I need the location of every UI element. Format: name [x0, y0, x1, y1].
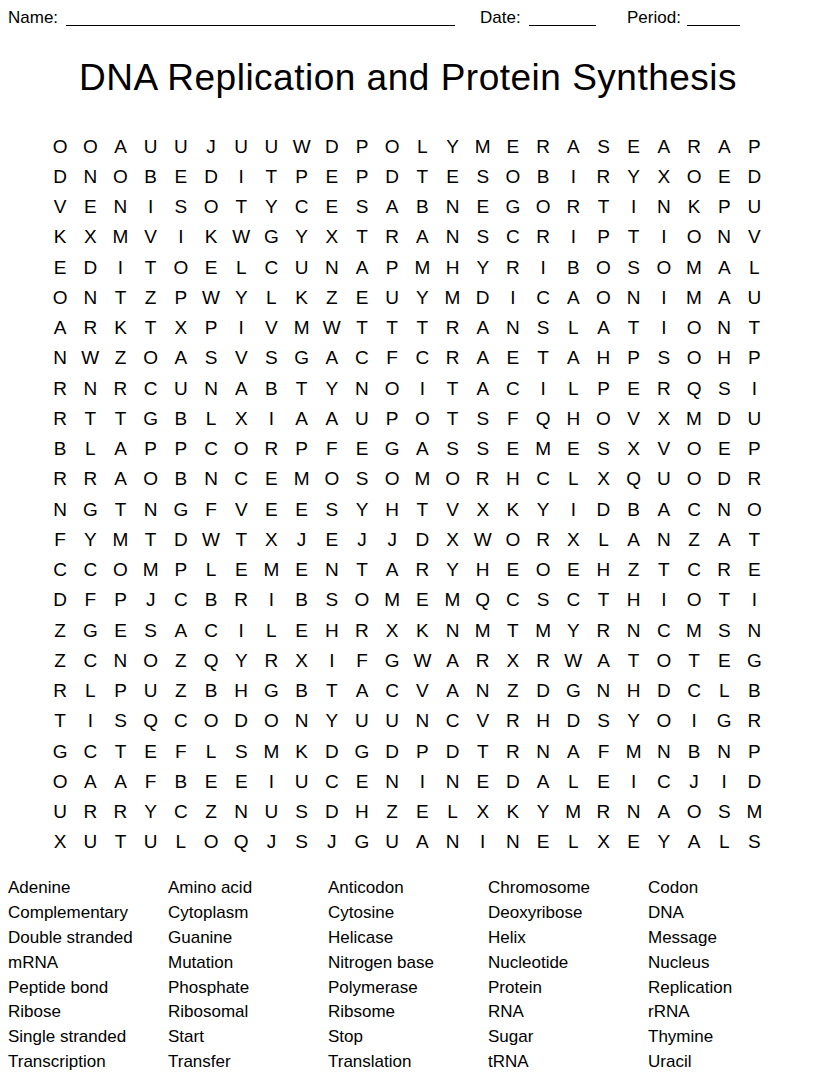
name-blank-line [66, 7, 455, 26]
grid-cell-r6c24: U [739, 282, 769, 312]
grid-cell-r13c24: O [739, 494, 769, 524]
grid-cell-r1c4: U [136, 131, 166, 161]
grid-cell-r24c15: I [468, 827, 498, 857]
grid-cell-r2c13: T [407, 161, 437, 191]
word-list-item: Start [168, 1025, 328, 1050]
grid-cell-r1c21: A [649, 131, 679, 161]
grid-cell-r11c4: P [136, 434, 166, 464]
grid-cell-r19c5: Z [166, 676, 196, 706]
grid-cell-r12c20: Q [619, 464, 649, 494]
word-list-item: Uracil [648, 1050, 808, 1075]
grid-cell-r17c19: R [588, 615, 618, 645]
grid-cell-r2c23: E [709, 161, 739, 191]
grid-cell-r8c8: S [256, 343, 286, 373]
grid-cell-r9c8: B [256, 373, 286, 403]
word-list-item: Guanine [168, 926, 328, 951]
grid-cell-r2c15: S [468, 161, 498, 191]
grid-cell-r19c6: B [196, 676, 226, 706]
grid-cell-r13c19: D [588, 494, 618, 524]
grid-cell-r7c15: A [468, 313, 498, 343]
grid-cell-r10c7: X [226, 403, 256, 433]
grid-cell-r9c24: I [739, 373, 769, 403]
grid-cell-r3c20: I [619, 192, 649, 222]
grid-cell-r24c16: N [498, 827, 528, 857]
grid-cell-r14c13: D [407, 524, 437, 554]
word-list-item: Message [648, 926, 808, 951]
grid-cell-r15c22: C [679, 555, 709, 585]
grid-cell-r13c13: T [407, 494, 437, 524]
grid-cell-r5c13: M [407, 252, 437, 282]
grid-cell-r22c20: I [619, 766, 649, 796]
grid-cell-r24c21: Y [649, 827, 679, 857]
grid-cell-r14c22: Z [679, 524, 709, 554]
grid-cell-r6c2: N [75, 282, 105, 312]
grid-cell-r21c22: B [679, 736, 709, 766]
grid-cell-r9c13: I [407, 373, 437, 403]
grid-cell-r11c9: P [287, 434, 317, 464]
grid-cell-r11c6: C [196, 434, 226, 464]
grid-cell-r21c18: A [558, 736, 588, 766]
grid-cell-r17c18: Y [558, 615, 588, 645]
grid-cell-r3c3: N [105, 192, 135, 222]
grid-cell-r12c22: O [679, 464, 709, 494]
grid-cell-r21c6: L [196, 736, 226, 766]
grid-cell-r1c23: A [709, 131, 739, 161]
grid-cell-r10c19: O [588, 403, 618, 433]
grid-cell-r23c18: M [558, 797, 588, 827]
word-list-item: Ribsome [328, 1000, 488, 1025]
grid-cell-r11c21: V [649, 434, 679, 464]
grid-cell-r2c21: X [649, 161, 679, 191]
grid-cell-r9c17: I [528, 373, 558, 403]
grid-cell-r18c14: A [437, 645, 467, 675]
grid-cell-r21c16: R [498, 736, 528, 766]
grid-cell-r15c11: T [347, 555, 377, 585]
grid-cell-r21c12: D [377, 736, 407, 766]
grid-cell-r9c5: U [166, 373, 196, 403]
grid-cell-r9c10: Y [317, 373, 347, 403]
grid-cell-r19c18: G [558, 676, 588, 706]
grid-cell-r6c7: Y [226, 282, 256, 312]
grid-cell-r12c16: H [498, 464, 528, 494]
grid-cell-r24c12: U [377, 827, 407, 857]
grid-cell-r24c9: S [287, 827, 317, 857]
grid-cell-r10c4: G [136, 403, 166, 433]
grid-cell-r6c17: C [528, 282, 558, 312]
grid-cell-r22c12: N [377, 766, 407, 796]
grid-cell-r10c6: L [196, 403, 226, 433]
grid-cell-r21c20: M [619, 736, 649, 766]
grid-cell-r3c22: K [679, 192, 709, 222]
grid-cell-r13c7: V [226, 494, 256, 524]
grid-cell-r18c2: C [75, 645, 105, 675]
grid-cell-r7c22: O [679, 313, 709, 343]
grid-cell-r17c11: R [347, 615, 377, 645]
grid-cell-r23c10: D [317, 797, 347, 827]
grid-cell-r12c10: O [317, 464, 347, 494]
grid-cell-r4c4: V [136, 222, 166, 252]
grid-cell-r20c19: S [588, 706, 618, 736]
grid-cell-r21c11: G [347, 736, 377, 766]
grid-cell-r7c17: S [528, 313, 558, 343]
grid-cell-r7c21: I [649, 313, 679, 343]
grid-cell-r6c6: W [196, 282, 226, 312]
grid-cell-r4c11: T [347, 222, 377, 252]
grid-cell-r5c18: B [558, 252, 588, 282]
grid-cell-r2c20: Y [619, 161, 649, 191]
grid-cell-r5c7: L [226, 252, 256, 282]
grid-cell-r20c11: U [347, 706, 377, 736]
grid-cell-r4c21: I [649, 222, 679, 252]
grid-cell-r17c12: X [377, 615, 407, 645]
grid-cell-r5c6: E [196, 252, 226, 282]
grid-cell-r3c12: A [377, 192, 407, 222]
grid-cell-r8c18: A [558, 343, 588, 373]
grid-cell-r10c20: V [619, 403, 649, 433]
grid-cell-r7c13: T [407, 313, 437, 343]
word-list-item: Stop [328, 1025, 488, 1050]
grid-cell-r5c14: H [437, 252, 467, 282]
grid-cell-r4c22: O [679, 222, 709, 252]
grid-cell-r17c24: N [739, 615, 769, 645]
grid-cell-r20c18: D [558, 706, 588, 736]
grid-cell-r15c8: M [256, 555, 286, 585]
grid-cell-r9c19: P [588, 373, 618, 403]
grid-cell-r8c23: H [709, 343, 739, 373]
grid-cell-r17c7: I [226, 615, 256, 645]
word-list-item: Single stranded [8, 1025, 168, 1050]
grid-cell-r3c17: O [528, 192, 558, 222]
grid-cell-r15c7: E [226, 555, 256, 585]
grid-cell-r24c1: X [45, 827, 75, 857]
grid-cell-r24c13: A [407, 827, 437, 857]
grid-cell-r21c23: N [709, 736, 739, 766]
grid-cell-r6c11: E [347, 282, 377, 312]
grid-cell-r8c22: O [679, 343, 709, 373]
grid-cell-r23c17: Y [528, 797, 558, 827]
grid-cell-r5c4: T [136, 252, 166, 282]
grid-cell-r4c19: P [588, 222, 618, 252]
grid-cell-r15c12: A [377, 555, 407, 585]
grid-cell-r16c15: Q [468, 585, 498, 615]
grid-cell-r1c24: P [739, 131, 769, 161]
grid-cell-r6c10: Z [317, 282, 347, 312]
grid-cell-r6c9: K [287, 282, 317, 312]
grid-cell-r23c14: L [437, 797, 467, 827]
grid-cell-r15c13: R [407, 555, 437, 585]
grid-cell-r22c9: U [287, 766, 317, 796]
grid-cell-r6c20: N [619, 282, 649, 312]
grid-cell-r18c24: G [739, 645, 769, 675]
word-list-item: Double stranded [8, 926, 168, 951]
grid-cell-r11c18: E [558, 434, 588, 464]
word-list-item: Deoxyribose [488, 901, 648, 926]
grid-cell-r23c20: N [619, 797, 649, 827]
grid-cell-r11c19: S [588, 434, 618, 464]
grid-cell-r2c7: I [226, 161, 256, 191]
grid-cell-r3c9: C [287, 192, 317, 222]
grid-cell-r16c18: C [558, 585, 588, 615]
grid-cell-r12c14: O [437, 464, 467, 494]
grid-cell-r4c14: N [437, 222, 467, 252]
grid-cell-r22c21: C [649, 766, 679, 796]
grid-cell-r1c12: O [377, 131, 407, 161]
grid-cell-r18c20: T [619, 645, 649, 675]
grid-cell-r6c15: D [468, 282, 498, 312]
grid-cell-r9c23: S [709, 373, 739, 403]
grid-cell-r12c6: N [196, 464, 226, 494]
grid-cell-r23c16: K [498, 797, 528, 827]
grid-cell-r21c3: T [105, 736, 135, 766]
grid-cell-r7c23: N [709, 313, 739, 343]
grid-cell-r20c14: C [437, 706, 467, 736]
grid-cell-r4c5: I [166, 222, 196, 252]
grid-cell-r11c10: F [317, 434, 347, 464]
grid-cell-r7c11: T [347, 313, 377, 343]
grid-cell-r13c3: T [105, 494, 135, 524]
grid-cell-r6c23: A [709, 282, 739, 312]
grid-cell-r10c13: O [407, 403, 437, 433]
grid-cell-r14c18: X [558, 524, 588, 554]
grid-cell-r14c5: D [166, 524, 196, 554]
grid-cell-r15c1: C [45, 555, 75, 585]
grid-cell-r18c19: A [588, 645, 618, 675]
word-list-item: tRNA [488, 1050, 648, 1075]
grid-cell-r20c7: D [226, 706, 256, 736]
grid-cell-r1c22: R [679, 131, 709, 161]
grid-cell-r5c9: U [287, 252, 317, 282]
grid-cell-r24c22: A [679, 827, 709, 857]
word-list-item: Transcription [8, 1050, 168, 1075]
grid-cell-r10c9: A [287, 403, 317, 433]
grid-cell-r8c20: P [619, 343, 649, 373]
grid-cell-r4c13: A [407, 222, 437, 252]
grid-cell-r14c8: X [256, 524, 286, 554]
grid-cell-r15c2: C [75, 555, 105, 585]
grid-cell-r1c7: U [226, 131, 256, 161]
grid-cell-r12c5: B [166, 464, 196, 494]
grid-cell-r17c20: N [619, 615, 649, 645]
grid-cell-r12c4: O [136, 464, 166, 494]
grid-cell-r20c24: R [739, 706, 769, 736]
grid-cell-r8c4: O [136, 343, 166, 373]
grid-cell-r24c8: J [256, 827, 286, 857]
grid-cell-r10c21: X [649, 403, 679, 433]
grid-cell-r17c17: M [528, 615, 558, 645]
grid-cell-r11c20: X [619, 434, 649, 464]
grid-cell-r10c5: B [166, 403, 196, 433]
grid-cell-r11c8: R [256, 434, 286, 464]
grid-cell-r16c8: I [256, 585, 286, 615]
grid-cell-r21c8: M [256, 736, 286, 766]
grid-cell-r19c15: N [468, 676, 498, 706]
grid-cell-r2c11: P [347, 161, 377, 191]
word-list-item: Codon [648, 876, 808, 901]
grid-cell-r2c6: D [196, 161, 226, 191]
grid-cell-r5c10: N [317, 252, 347, 282]
grid-cell-r23c5: C [166, 797, 196, 827]
grid-cell-r15c5: P [166, 555, 196, 585]
grid-cell-r5c15: Y [468, 252, 498, 282]
grid-cell-r12c7: C [226, 464, 256, 494]
grid-cell-r2c17: B [528, 161, 558, 191]
grid-cell-r16c2: F [75, 585, 105, 615]
grid-cell-r15c21: T [649, 555, 679, 585]
grid-cell-r18c10: I [317, 645, 347, 675]
grid-cell-r14c16: O [498, 524, 528, 554]
grid-cell-r2c10: E [317, 161, 347, 191]
grid-cell-r14c19: L [588, 524, 618, 554]
grid-cell-r6c22: M [679, 282, 709, 312]
grid-cell-r18c11: F [347, 645, 377, 675]
grid-cell-r20c3: S [105, 706, 135, 736]
grid-cell-r16c13: E [407, 585, 437, 615]
grid-cell-r4c23: N [709, 222, 739, 252]
grid-cell-r9c4: C [136, 373, 166, 403]
grid-cell-r11c5: P [166, 434, 196, 464]
grid-cell-r9c3: R [105, 373, 135, 403]
grid-cell-r22c11: E [347, 766, 377, 796]
period-blank-line [687, 7, 740, 26]
grid-cell-r21c17: N [528, 736, 558, 766]
grid-cell-r12c19: X [588, 464, 618, 494]
grid-cell-r7c16: N [498, 313, 528, 343]
grid-cell-r1c3: A [105, 131, 135, 161]
word-list-item: Peptide bond [8, 976, 168, 1001]
grid-cell-r6c12: U [377, 282, 407, 312]
grid-cell-r17c4: S [136, 615, 166, 645]
grid-cell-r3c18: R [558, 192, 588, 222]
grid-cell-r5c19: O [588, 252, 618, 282]
grid-cell-r5c24: L [739, 252, 769, 282]
grid-cell-r20c20: Y [619, 706, 649, 736]
word-list-item: Amino acid [168, 876, 328, 901]
grid-cell-r2c12: D [377, 161, 407, 191]
grid-cell-r3c8: Y [256, 192, 286, 222]
grid-cell-r22c4: F [136, 766, 166, 796]
grid-cell-r2c1: D [45, 161, 75, 191]
grid-cell-r14c15: W [468, 524, 498, 554]
grid-cell-r5c12: P [377, 252, 407, 282]
grid-cell-r20c4: Q [136, 706, 166, 736]
grid-cell-r9c20: E [619, 373, 649, 403]
grid-cell-r18c3: N [105, 645, 135, 675]
grid-cell-r2c24: D [739, 161, 769, 191]
grid-cell-r16c17: S [528, 585, 558, 615]
grid-cell-r17c21: C [649, 615, 679, 645]
period-label: Period: [627, 8, 681, 27]
grid-cell-r13c12: H [377, 494, 407, 524]
grid-cell-r1c17: R [528, 131, 558, 161]
grid-cell-r6c4: Z [136, 282, 166, 312]
word-list-item: Replication [648, 976, 808, 1001]
grid-cell-r21c19: F [588, 736, 618, 766]
grid-cell-r5c20: S [619, 252, 649, 282]
grid-cell-r3c11: S [347, 192, 377, 222]
grid-cell-r19c23: L [709, 676, 739, 706]
grid-cell-r12c21: U [649, 464, 679, 494]
grid-cell-r23c21: A [649, 797, 679, 827]
grid-cell-r1c16: E [498, 131, 528, 161]
grid-cell-r16c1: D [45, 585, 75, 615]
grid-cell-r21c2: C [75, 736, 105, 766]
grid-cell-r18c15: R [468, 645, 498, 675]
grid-cell-r7c1: A [45, 313, 75, 343]
grid-cell-r18c21: O [649, 645, 679, 675]
word-list-item: Cytoplasm [168, 901, 328, 926]
grid-cell-r12c18: L [558, 464, 588, 494]
grid-cell-r11c1: B [45, 434, 75, 464]
grid-cell-r1c18: A [558, 131, 588, 161]
word-list-item: Ribose [8, 1000, 168, 1025]
grid-cell-r5c8: C [256, 252, 286, 282]
grid-cell-r16c20: H [619, 585, 649, 615]
grid-cell-r13c1: N [45, 494, 75, 524]
name-label: Name: [8, 8, 58, 27]
grid-cell-r6c16: I [498, 282, 528, 312]
grid-cell-r16c24: I [739, 585, 769, 615]
grid-cell-r12c9: M [287, 464, 317, 494]
grid-cell-r9c15: A [468, 373, 498, 403]
grid-cell-r7c18: L [558, 313, 588, 343]
grid-cell-r10c11: U [347, 403, 377, 433]
grid-cell-r16c5: C [166, 585, 196, 615]
word-list-item: Polymerase [328, 976, 488, 1001]
word-search-grid: OOAUUJUUWDPOLYMERASEARAPDNOBEDITPEPDTESO… [45, 131, 770, 857]
grid-cell-r6c19: O [588, 282, 618, 312]
grid-cell-r4c7: W [226, 222, 256, 252]
word-list-item: Nucleotide [488, 951, 648, 976]
grid-cell-r1c8: U [256, 131, 286, 161]
grid-cell-r11c16: E [498, 434, 528, 464]
grid-cell-r6c1: O [45, 282, 75, 312]
grid-cell-r23c6: Z [196, 797, 226, 827]
grid-cell-r5c1: E [45, 252, 75, 282]
grid-cell-r14c11: J [347, 524, 377, 554]
grid-cell-r5c23: A [709, 252, 739, 282]
grid-cell-r6c8: L [256, 282, 286, 312]
grid-cell-r10c23: D [709, 403, 739, 433]
puzzle-title: DNA Replication and Protein Synthesis [0, 57, 816, 99]
grid-cell-r4c18: I [558, 222, 588, 252]
grid-cell-r24c19: X [588, 827, 618, 857]
grid-cell-r6c5: P [166, 282, 196, 312]
grid-cell-r1c11: P [347, 131, 377, 161]
grid-cell-r15c16: E [498, 555, 528, 585]
grid-cell-r19c12: C [377, 676, 407, 706]
grid-cell-r13c14: V [437, 494, 467, 524]
grid-cell-r11c24: P [739, 434, 769, 464]
grid-cell-r2c16: O [498, 161, 528, 191]
grid-cell-r18c8: R [256, 645, 286, 675]
grid-cell-r15c15: H [468, 555, 498, 585]
grid-cell-r18c23: E [709, 645, 739, 675]
grid-cell-r12c17: C [528, 464, 558, 494]
grid-cell-r18c12: G [377, 645, 407, 675]
grid-cell-r14c10: E [317, 524, 347, 554]
grid-cell-r13c22: C [679, 494, 709, 524]
grid-cell-r3c5: S [166, 192, 196, 222]
grid-cell-r3c6: O [196, 192, 226, 222]
grid-cell-r20c21: O [649, 706, 679, 736]
grid-cell-r17c22: M [679, 615, 709, 645]
word-list-item: Helicase [328, 926, 488, 951]
grid-cell-r12c23: D [709, 464, 739, 494]
word-list-item: Phosphate [168, 976, 328, 1001]
grid-cell-r1c5: U [166, 131, 196, 161]
grid-cell-r8c7: V [226, 343, 256, 373]
grid-cell-r21c10: D [317, 736, 347, 766]
